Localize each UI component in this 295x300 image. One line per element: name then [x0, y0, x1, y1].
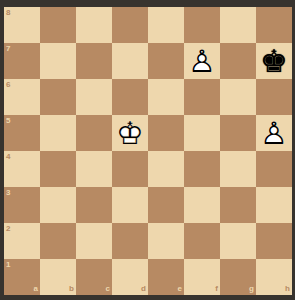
square-d5[interactable]: ♚♔	[112, 115, 148, 151]
chess-board-screenshot: 87♟♙♚65♚♔♟♙4321abcdefgh	[0, 0, 295, 300]
square-c6[interactable]	[76, 79, 112, 115]
king-glyph: ♚	[256, 43, 292, 79]
square-g4[interactable]	[220, 151, 256, 187]
rank-label-8: 8	[6, 9, 10, 17]
square-c5[interactable]	[76, 115, 112, 151]
square-d8[interactable]	[112, 7, 148, 43]
square-b5[interactable]	[40, 115, 76, 151]
square-a5[interactable]: 5	[4, 115, 40, 151]
square-a1[interactable]: 1a	[4, 259, 40, 295]
square-d3[interactable]	[112, 187, 148, 223]
square-e4[interactable]	[148, 151, 184, 187]
rank-label-3: 3	[6, 189, 10, 197]
file-label-f: f	[215, 285, 218, 293]
square-f1[interactable]: f	[184, 259, 220, 295]
square-f8[interactable]	[184, 7, 220, 43]
rank-label-4: 4	[6, 153, 10, 161]
square-h5[interactable]: ♟♙	[256, 115, 292, 151]
file-label-d: d	[141, 285, 146, 293]
square-g2[interactable]	[220, 223, 256, 259]
square-f7[interactable]: ♟♙	[184, 43, 220, 79]
square-g6[interactable]	[220, 79, 256, 115]
square-a2[interactable]: 2	[4, 223, 40, 259]
square-a3[interactable]: 3	[4, 187, 40, 223]
square-b3[interactable]	[40, 187, 76, 223]
square-d6[interactable]	[112, 79, 148, 115]
square-b4[interactable]	[40, 151, 76, 187]
square-h2[interactable]	[256, 223, 292, 259]
square-h8[interactable]	[256, 7, 292, 43]
file-label-c: c	[106, 285, 110, 293]
square-f3[interactable]	[184, 187, 220, 223]
file-label-g: g	[249, 285, 254, 293]
file-label-b: b	[69, 285, 74, 293]
square-f2[interactable]	[184, 223, 220, 259]
square-f6[interactable]	[184, 79, 220, 115]
white-pawn-h5[interactable]: ♟♙	[256, 115, 292, 151]
square-c3[interactable]	[76, 187, 112, 223]
white-king-d5[interactable]: ♚♔	[112, 115, 148, 151]
square-d2[interactable]	[112, 223, 148, 259]
file-label-a: a	[34, 285, 38, 293]
square-b7[interactable]	[40, 43, 76, 79]
square-b6[interactable]	[40, 79, 76, 115]
square-e8[interactable]	[148, 7, 184, 43]
square-c2[interactable]	[76, 223, 112, 259]
square-c4[interactable]	[76, 151, 112, 187]
rank-label-2: 2	[6, 225, 10, 233]
square-g3[interactable]	[220, 187, 256, 223]
rank-label-1: 1	[6, 261, 10, 269]
square-c1[interactable]: c	[76, 259, 112, 295]
square-c8[interactable]	[76, 7, 112, 43]
square-d1[interactable]: d	[112, 259, 148, 295]
rank-label-7: 7	[6, 45, 10, 53]
square-f4[interactable]	[184, 151, 220, 187]
square-e6[interactable]	[148, 79, 184, 115]
square-e2[interactable]	[148, 223, 184, 259]
square-e5[interactable]	[148, 115, 184, 151]
square-e7[interactable]	[148, 43, 184, 79]
king-outline-glyph: ♔	[112, 115, 148, 151]
pawn-outline-glyph: ♙	[184, 43, 220, 79]
square-e1[interactable]: e	[148, 259, 184, 295]
black-king-h7[interactable]: ♚	[256, 43, 292, 79]
square-h3[interactable]	[256, 187, 292, 223]
square-g8[interactable]	[220, 7, 256, 43]
square-h1[interactable]: h	[256, 259, 292, 295]
chess-board: 87♟♙♚65♚♔♟♙4321abcdefgh	[4, 7, 292, 295]
square-f5[interactable]	[184, 115, 220, 151]
square-h7[interactable]: ♚	[256, 43, 292, 79]
square-a6[interactable]: 6	[4, 79, 40, 115]
square-g1[interactable]: g	[220, 259, 256, 295]
square-h6[interactable]	[256, 79, 292, 115]
square-g7[interactable]	[220, 43, 256, 79]
square-b2[interactable]	[40, 223, 76, 259]
square-a8[interactable]: 8	[4, 7, 40, 43]
square-b8[interactable]	[40, 7, 76, 43]
rank-label-6: 6	[6, 81, 10, 89]
square-e3[interactable]	[148, 187, 184, 223]
square-a4[interactable]: 4	[4, 151, 40, 187]
square-d7[interactable]	[112, 43, 148, 79]
file-label-e: e	[178, 285, 182, 293]
white-pawn-f7[interactable]: ♟♙	[184, 43, 220, 79]
square-h4[interactable]	[256, 151, 292, 187]
square-d4[interactable]	[112, 151, 148, 187]
file-label-h: h	[285, 285, 290, 293]
square-a7[interactable]: 7	[4, 43, 40, 79]
pawn-outline-glyph: ♙	[256, 115, 292, 151]
square-b1[interactable]: b	[40, 259, 76, 295]
rank-label-5: 5	[6, 117, 10, 125]
square-g5[interactable]	[220, 115, 256, 151]
square-c7[interactable]	[76, 43, 112, 79]
